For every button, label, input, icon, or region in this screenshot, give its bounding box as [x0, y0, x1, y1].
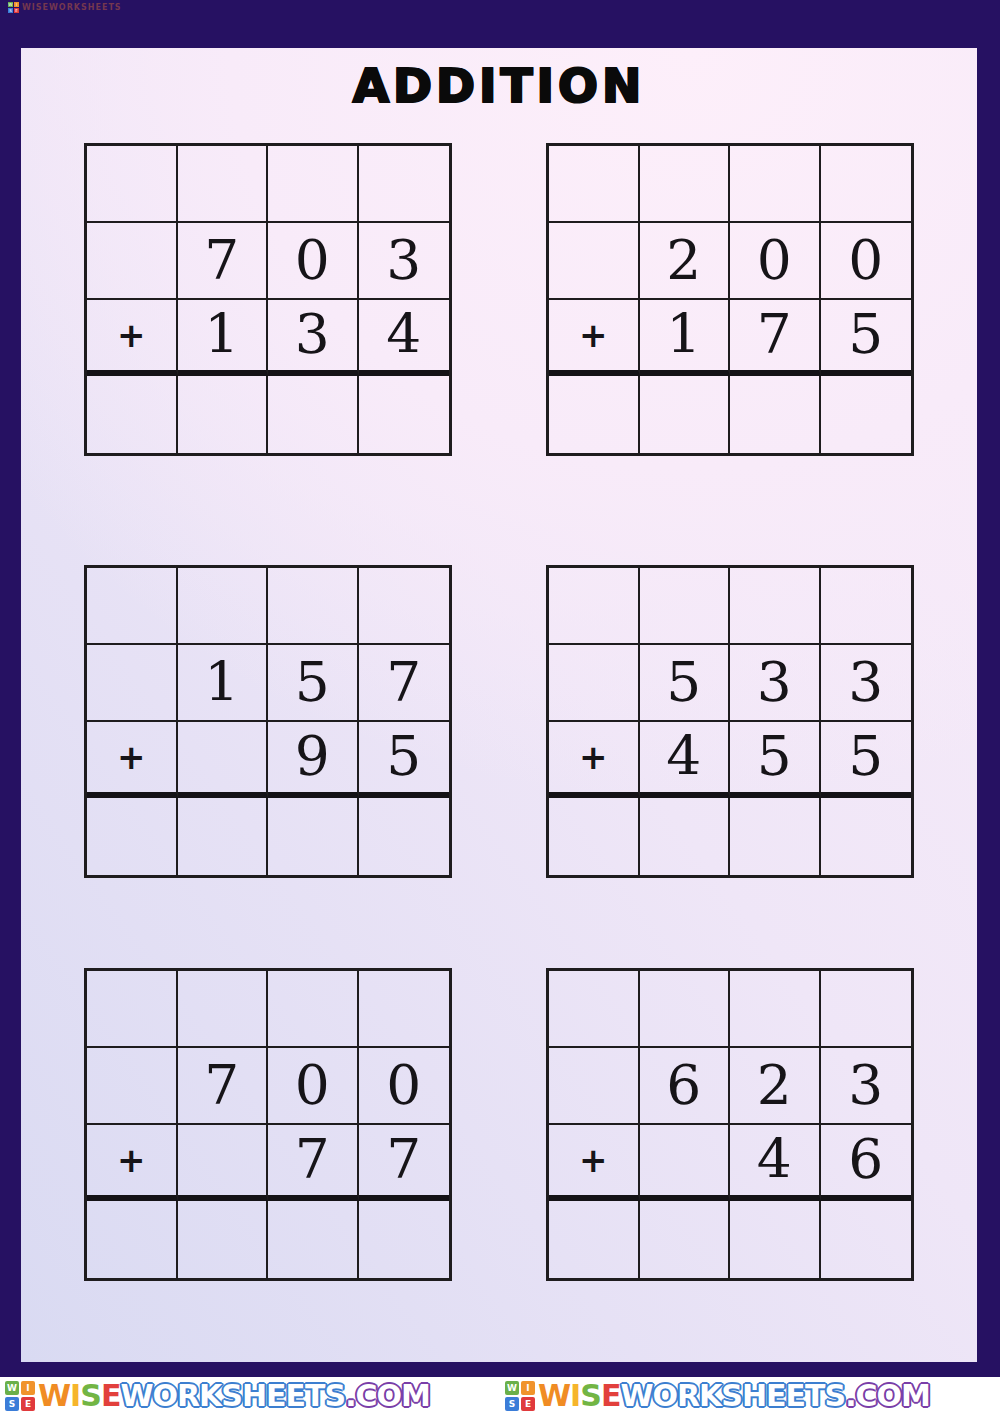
wiseworksheets-mini-logo-icon: WISE [8, 2, 19, 13]
footer-brand-word: WISEWORKSHEETS.COM [38, 1378, 430, 1413]
grid6-cell-r2c1 [549, 1048, 640, 1125]
footer-brand-word: WISEWORKSHEETS.COM [538, 1378, 930, 1413]
worksheet-page: ADDITION 703+134 200+175 157+95 533+455 … [21, 48, 977, 1362]
logo-square-w: W [8, 2, 13, 7]
logo-square-e: E [21, 1397, 35, 1411]
footer-letter-E: E [266, 1378, 286, 1413]
grid1-cell-r3c4: 4 [359, 300, 450, 377]
grid5-cell-r2c1 [87, 1048, 178, 1125]
grid3-cell-r4c4-answer[interactable] [359, 798, 450, 875]
grid4-cell-r2c3: 3 [730, 645, 821, 722]
grid4-cell-r2c4: 3 [821, 645, 912, 722]
grid2-cell-r3c1: + [549, 300, 640, 377]
grid3-cell-r1c3-carry[interactable] [268, 568, 359, 645]
grid6-cell-r3c3: 4 [730, 1125, 821, 1202]
grid6-cell-r3c4: 6 [821, 1125, 912, 1202]
grid5-cell-r1c3-carry[interactable] [268, 971, 359, 1048]
grid6-cell-r2c3: 2 [730, 1048, 821, 1125]
addition-grid-3: 157+95 [84, 565, 452, 878]
grid1-cell-r3c2: 1 [178, 300, 269, 377]
footer-letter-dot: . [845, 1378, 855, 1413]
grid6-cell-r4c2-answer[interactable] [640, 1201, 731, 1278]
logo-square-s: S [505, 1397, 519, 1411]
grid4-cell-r3c4: 5 [821, 722, 912, 799]
footer-letter-O: O [152, 1378, 177, 1413]
grid6-cell-r2c4: 3 [821, 1048, 912, 1125]
footer-letter-T: T [305, 1378, 324, 1413]
grid3-cell-r1c4-carry[interactable] [359, 568, 450, 645]
footer-brand-1: WISEWISEWORKSHEETS.COM [0, 1378, 500, 1413]
grid2-cell-r2c1 [549, 223, 640, 300]
footer-letter-W: W [38, 1378, 70, 1413]
grid5-cell-r1c2-carry[interactable] [178, 971, 269, 1048]
grid2-cell-r4c2-answer[interactable] [640, 376, 731, 453]
wiseworksheets-logo-icon: WISE [505, 1381, 535, 1411]
grid6-cell-r3c2 [640, 1125, 731, 1202]
footer-letter-C: C [356, 1378, 377, 1413]
grid2-cell-r3c4: 5 [821, 300, 912, 377]
grid6-cell-r1c1-carry[interactable] [549, 971, 640, 1048]
grid4-cell-r4c2-answer[interactable] [640, 798, 731, 875]
grid4-cell-r1c2-carry[interactable] [640, 568, 731, 645]
footer-letter-M: M [401, 1378, 430, 1413]
grid1-cell-r4c3-answer[interactable] [268, 376, 359, 453]
grid5-cell-r4c2-answer[interactable] [178, 1201, 269, 1278]
grid4-cell-r4c1-answer[interactable] [549, 798, 640, 875]
footer-letter-I: I [70, 1378, 80, 1413]
footer-letter-M: M [901, 1378, 930, 1413]
footer-letter-H: H [742, 1378, 766, 1413]
footer-letter-R: R [177, 1378, 199, 1413]
grid4-cell-r1c3-carry[interactable] [730, 568, 821, 645]
grid1-cell-r4c2-answer[interactable] [178, 376, 269, 453]
grid1-cell-r3c1: + [87, 300, 178, 377]
header-mini-brand: WISE WISEWORKSHEETS [8, 2, 122, 13]
grid2-cell-r4c1-answer[interactable] [549, 376, 640, 453]
grid4-cell-r3c1: + [549, 722, 640, 799]
footer-letter-R: R [677, 1378, 699, 1413]
addition-grid-5: 700+77 [84, 968, 452, 1281]
grid3-cell-r3c1: + [87, 722, 178, 799]
grid5-cell-r4c4-answer[interactable] [359, 1201, 450, 1278]
grid3-cell-r2c4: 7 [359, 645, 450, 722]
footer-letter-S: S [580, 1378, 601, 1413]
footer-letter-H: H [242, 1378, 266, 1413]
grid2-cell-r2c2: 2 [640, 223, 731, 300]
grid3-cell-r3c2 [178, 722, 269, 799]
grid1-cell-r2c2: 7 [178, 223, 269, 300]
grid5-cell-r2c3: 0 [268, 1048, 359, 1125]
footer-letter-E: E [101, 1378, 121, 1413]
grid6-cell-r4c4-answer[interactable] [821, 1201, 912, 1278]
grid2-cell-r4c3-answer[interactable] [730, 376, 821, 453]
grid6-cell-r1c4-carry[interactable] [821, 971, 912, 1048]
grid5-cell-r2c2: 7 [178, 1048, 269, 1125]
footer-letter-W: W [120, 1378, 152, 1413]
grid2-cell-r2c3: 0 [730, 223, 821, 300]
logo-square-w: W [505, 1381, 519, 1395]
grid1-cell-r1c2-carry[interactable] [178, 146, 269, 223]
grid1-cell-r2c4: 3 [359, 223, 450, 300]
addition-grid-1: 703+134 [84, 143, 452, 456]
grid2-cell-r3c2: 1 [640, 300, 731, 377]
logo-square-s: S [5, 1397, 19, 1411]
grid5-cell-r1c4-carry[interactable] [359, 971, 450, 1048]
footer-letter-E: E [601, 1378, 621, 1413]
grid5-cell-r3c2 [178, 1125, 269, 1202]
grid4-cell-r2c1 [549, 645, 640, 722]
logo-square-i: I [521, 1381, 535, 1395]
grid4-cell-r4c4-answer[interactable] [821, 798, 912, 875]
grid5-cell-r1c1-carry[interactable] [87, 971, 178, 1048]
footer-letter-I: I [570, 1378, 580, 1413]
grid5-cell-r3c4: 7 [359, 1125, 450, 1202]
footer-letter-T: T [805, 1378, 824, 1413]
footer-letter-O: O [652, 1378, 677, 1413]
grid4-cell-r2c2: 5 [640, 645, 731, 722]
footer-letter-W: W [538, 1378, 570, 1413]
grid1-cell-r4c1-answer[interactable] [87, 376, 178, 453]
footer-letter-K: K [199, 1378, 221, 1413]
grid4-cell-r1c1-carry[interactable] [549, 568, 640, 645]
grid5-cell-r2c4: 0 [359, 1048, 450, 1125]
grid1-cell-r4c4-answer[interactable] [359, 376, 450, 453]
footer-letter-E: E [786, 1378, 806, 1413]
grid3-cell-r4c1-answer[interactable] [87, 798, 178, 875]
footer-letter-S: S [221, 1378, 242, 1413]
footer-brand-2: WISEWISEWORKSHEETS.COM [500, 1378, 1000, 1413]
grid3-cell-r1c2-carry[interactable] [178, 568, 269, 645]
header-brand-text: WISEWORKSHEETS [22, 3, 122, 12]
logo-square-i: I [21, 1381, 35, 1395]
worksheet-screen: { "game": "addition-worksheet (column ad… [0, 0, 1000, 1414]
grid1-cell-r1c3-carry[interactable] [268, 146, 359, 223]
footer-letter-O: O [377, 1378, 402, 1413]
grid3-cell-r3c4: 5 [359, 722, 450, 799]
grid1-cell-r2c1 [87, 223, 178, 300]
grid4-cell-r3c3: 5 [730, 722, 821, 799]
footer-letter-S: S [825, 1378, 846, 1413]
grid5-cell-r3c3: 7 [268, 1125, 359, 1202]
logo-square-s: S [8, 8, 13, 13]
grid2-cell-r1c4-carry[interactable] [821, 146, 912, 223]
footer-letter-S: S [721, 1378, 742, 1413]
grid2-cell-r1c1-carry[interactable] [549, 146, 640, 223]
grid3-cell-r2c3: 5 [268, 645, 359, 722]
grid6-cell-r4c1-answer[interactable] [549, 1201, 640, 1278]
logo-square-i: I [14, 2, 19, 7]
grid3-cell-r4c3-answer[interactable] [268, 798, 359, 875]
grid1-cell-r1c1-carry[interactable] [87, 146, 178, 223]
grid4-cell-r4c3-answer[interactable] [730, 798, 821, 875]
footer-letter-S: S [325, 1378, 346, 1413]
grid6-cell-r2c2: 6 [640, 1048, 731, 1125]
footer-letter-O: O [877, 1378, 902, 1413]
grid6-cell-r1c2-carry[interactable] [640, 971, 731, 1048]
footer-letter-E: E [766, 1378, 786, 1413]
grid5-cell-r4c3-answer[interactable] [268, 1201, 359, 1278]
grid2-cell-r1c3-carry[interactable] [730, 146, 821, 223]
grid1-cell-r3c3: 3 [268, 300, 359, 377]
footer-letter-E: E [286, 1378, 306, 1413]
wiseworksheets-logo-icon: WISE [5, 1381, 35, 1411]
addition-grid-2: 200+175 [546, 143, 914, 456]
page-title: ADDITION [21, 48, 977, 113]
grid1-cell-r2c3: 0 [268, 223, 359, 300]
addition-grid-4: 533+455 [546, 565, 914, 878]
grid3-cell-r4c2-answer[interactable] [178, 798, 269, 875]
addition-grid-6: 623+46 [546, 968, 914, 1281]
grid3-cell-r2c2: 1 [178, 645, 269, 722]
grid1-cell-r1c4-carry[interactable] [359, 146, 450, 223]
footer-letter-S: S [80, 1378, 101, 1413]
footer-letter-W: W [620, 1378, 652, 1413]
grid5-cell-r4c1-answer[interactable] [87, 1201, 178, 1278]
footer-letter-C: C [856, 1378, 877, 1413]
grid5-cell-r3c1: + [87, 1125, 178, 1202]
grid3-cell-r2c1 [87, 645, 178, 722]
grid6-cell-r1c3-carry[interactable] [730, 971, 821, 1048]
footer-letter-K: K [699, 1378, 721, 1413]
grid3-cell-r3c3: 9 [268, 722, 359, 799]
grid2-cell-r3c3: 7 [730, 300, 821, 377]
grid6-cell-r4c3-answer[interactable] [730, 1201, 821, 1278]
logo-square-e: E [14, 8, 19, 13]
grid6-cell-r3c1: + [549, 1125, 640, 1202]
grid4-cell-r3c2: 4 [640, 722, 731, 799]
footer-letter-dot: . [345, 1378, 355, 1413]
grid2-cell-r2c4: 0 [821, 223, 912, 300]
logo-square-e: E [521, 1397, 535, 1411]
grid2-cell-r1c2-carry[interactable] [640, 146, 731, 223]
grid4-cell-r1c4-carry[interactable] [821, 568, 912, 645]
logo-square-w: W [5, 1381, 19, 1395]
grid3-cell-r1c1-carry[interactable] [87, 568, 178, 645]
grid2-cell-r4c4-answer[interactable] [821, 376, 912, 453]
footer-bar: WISEWISEWORKSHEETS.COM WISEWISEWORKSHEET… [0, 1377, 1000, 1414]
